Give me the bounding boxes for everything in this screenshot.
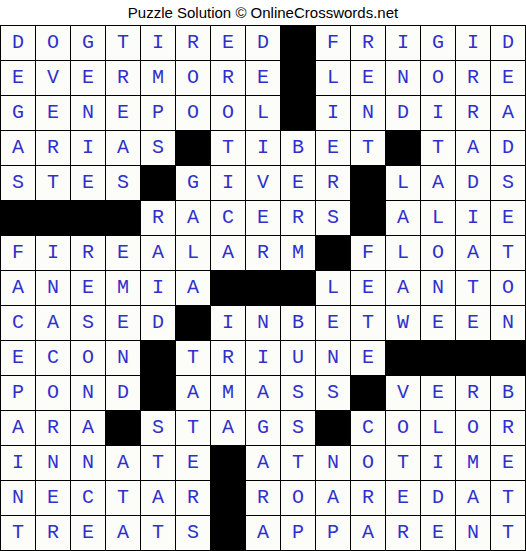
letter-cell: E <box>106 306 140 340</box>
letter-cell: S <box>141 411 175 445</box>
letter-cell: R <box>386 516 420 550</box>
letter-cell: E <box>421 306 455 340</box>
letter-cell: S <box>176 516 210 550</box>
letter-cell: O <box>456 411 490 445</box>
letter-cell: R <box>456 376 490 410</box>
letter-cell: S <box>281 411 315 445</box>
letter-cell: M <box>141 61 175 95</box>
letter-cell: R <box>316 166 350 200</box>
letter-cell: F <box>1 236 35 270</box>
letter-cell: T <box>351 306 385 340</box>
letter-cell: I <box>456 26 490 60</box>
letter-cell: A <box>456 481 490 515</box>
letter-cell: T <box>456 271 490 305</box>
letter-cell: P <box>141 96 175 130</box>
black-cell <box>211 271 245 305</box>
letter-cell: O <box>351 446 385 480</box>
letter-cell: T <box>281 446 315 480</box>
letter-cell: T <box>1 516 35 550</box>
letter-cell: M <box>456 446 490 480</box>
letter-cell: A <box>316 481 350 515</box>
letter-cell: A <box>1 271 35 305</box>
letter-cell: M <box>211 376 245 410</box>
letter-cell: A <box>36 306 70 340</box>
letter-cell: N <box>71 446 105 480</box>
letter-cell: D <box>456 166 490 200</box>
black-cell <box>386 131 420 165</box>
letter-cell: P <box>1 376 35 410</box>
letter-cell: I <box>141 26 175 60</box>
letter-cell: R <box>36 516 70 550</box>
black-cell <box>351 166 385 200</box>
black-cell <box>141 341 175 375</box>
black-cell <box>211 481 245 515</box>
letter-cell: T <box>176 411 210 445</box>
letter-cell: T <box>386 446 420 480</box>
letter-cell: W <box>386 306 420 340</box>
letter-cell: R <box>456 61 490 95</box>
letter-cell: I <box>141 271 175 305</box>
letter-cell: N <box>71 96 105 130</box>
letter-cell: R <box>491 411 525 445</box>
letter-cell: I <box>211 306 245 340</box>
black-cell <box>281 61 315 95</box>
letter-cell: N <box>1 481 35 515</box>
letter-cell: A <box>141 481 175 515</box>
letter-cell: L <box>421 411 455 445</box>
letter-cell: O <box>281 481 315 515</box>
letter-cell: A <box>246 376 280 410</box>
letter-cell: D <box>421 481 455 515</box>
letter-cell: A <box>421 166 455 200</box>
letter-cell: D <box>491 131 525 165</box>
letter-cell: O <box>176 61 210 95</box>
black-cell <box>281 26 315 60</box>
letter-cell: N <box>316 341 350 375</box>
crossword-solution-page: Puzzle Solution © OnlineCrosswords.net D… <box>0 0 526 551</box>
letter-cell: N <box>106 341 140 375</box>
letter-cell: E <box>36 481 70 515</box>
letter-cell: R <box>211 61 245 95</box>
black-cell <box>281 96 315 130</box>
letter-cell: E <box>1 341 35 375</box>
letter-cell: E <box>106 236 140 270</box>
letter-cell: L <box>316 61 350 95</box>
black-cell <box>491 341 525 375</box>
letter-cell: A <box>211 236 245 270</box>
letter-cell: R <box>71 236 105 270</box>
letter-cell: D <box>386 96 420 130</box>
letter-cell: E <box>71 516 105 550</box>
letter-cell: E <box>491 61 525 95</box>
letter-cell: A <box>71 411 105 445</box>
letter-cell: D <box>141 306 175 340</box>
letter-cell: A <box>456 131 490 165</box>
letter-cell: E <box>491 446 525 480</box>
letter-cell: I <box>386 26 420 60</box>
letter-cell: R <box>36 411 70 445</box>
letter-cell: O <box>176 96 210 130</box>
letter-cell: A <box>456 236 490 270</box>
letter-cell: R <box>176 481 210 515</box>
letter-cell: E <box>71 166 105 200</box>
letter-cell: A <box>176 271 210 305</box>
letter-cell: S <box>316 376 350 410</box>
letter-cell: E <box>71 271 105 305</box>
black-cell <box>1 201 35 235</box>
letter-cell: E <box>351 341 385 375</box>
letter-cell: O <box>386 411 420 445</box>
letter-cell: R <box>281 201 315 235</box>
letter-cell: I <box>246 341 280 375</box>
letter-cell: E <box>351 271 385 305</box>
letter-cell: E <box>491 201 525 235</box>
letter-cell: E <box>421 516 455 550</box>
black-cell <box>316 236 350 270</box>
letter-cell: O <box>71 341 105 375</box>
letter-cell: I <box>421 446 455 480</box>
letter-cell: S <box>491 166 525 200</box>
letter-cell: N <box>246 306 280 340</box>
letter-cell: I <box>36 236 70 270</box>
letter-cell: R <box>351 481 385 515</box>
letter-cell: O <box>36 26 70 60</box>
letter-cell: R <box>176 26 210 60</box>
letter-cell: F <box>316 26 350 60</box>
letter-cell: G <box>421 26 455 60</box>
letter-cell: A <box>176 201 210 235</box>
letter-cell: T <box>491 481 525 515</box>
letter-cell: M <box>281 236 315 270</box>
letter-cell: P <box>316 516 350 550</box>
black-cell <box>211 446 245 480</box>
letter-cell: C <box>351 411 385 445</box>
letter-cell: A <box>246 516 280 550</box>
letter-cell: E <box>316 306 350 340</box>
letter-cell: E <box>386 481 420 515</box>
letter-cell: A <box>386 201 420 235</box>
letter-cell: T <box>351 131 385 165</box>
black-cell <box>176 131 210 165</box>
letter-cell: B <box>281 306 315 340</box>
letter-cell: F <box>351 236 385 270</box>
black-cell <box>386 341 420 375</box>
letter-cell: I <box>1 446 35 480</box>
black-cell <box>281 271 315 305</box>
letter-cell: C <box>71 481 105 515</box>
letter-cell: V <box>386 376 420 410</box>
letter-cell: I <box>456 201 490 235</box>
letter-cell: L <box>316 271 350 305</box>
letter-cell: L <box>176 236 210 270</box>
letter-cell: L <box>386 236 420 270</box>
letter-cell: D <box>106 376 140 410</box>
letter-cell: N <box>491 306 525 340</box>
letter-cell: R <box>106 61 140 95</box>
letter-cell: A <box>176 376 210 410</box>
letter-cell: I <box>71 131 105 165</box>
letter-cell: T <box>141 516 175 550</box>
letter-cell: I <box>246 131 280 165</box>
letter-cell: B <box>491 376 525 410</box>
black-cell <box>141 166 175 200</box>
letter-cell: E <box>316 131 350 165</box>
letter-cell: G <box>71 26 105 60</box>
letter-cell: L <box>386 166 420 200</box>
letter-cell: R <box>36 131 70 165</box>
letter-cell: A <box>246 446 280 480</box>
letter-cell: E <box>106 96 140 130</box>
letter-cell: S <box>106 166 140 200</box>
letter-cell: I <box>421 96 455 130</box>
letter-cell: D <box>491 26 525 60</box>
letter-cell: A <box>386 271 420 305</box>
letter-cell: T <box>421 131 455 165</box>
letter-cell: E <box>351 61 385 95</box>
letter-cell: T <box>491 516 525 550</box>
letter-cell: E <box>36 96 70 130</box>
letter-cell: A <box>351 516 385 550</box>
black-cell <box>211 516 245 550</box>
black-cell <box>246 271 280 305</box>
letter-cell: S <box>71 306 105 340</box>
letter-cell: R <box>211 341 245 375</box>
letter-cell: T <box>106 481 140 515</box>
letter-cell: D <box>246 26 280 60</box>
letter-cell: N <box>456 516 490 550</box>
letter-cell: C <box>1 306 35 340</box>
letter-cell: N <box>386 61 420 95</box>
letter-cell: E <box>71 61 105 95</box>
black-cell <box>106 201 140 235</box>
black-cell <box>176 306 210 340</box>
letter-cell: E <box>211 26 245 60</box>
letter-cell: R <box>246 236 280 270</box>
black-cell <box>351 201 385 235</box>
letter-cell: D <box>1 26 35 60</box>
letter-cell: N <box>351 96 385 130</box>
letter-cell: R <box>141 201 175 235</box>
letter-cell: O <box>421 61 455 95</box>
letter-cell: G <box>246 411 280 445</box>
letter-cell: A <box>1 131 35 165</box>
letter-cell: O <box>491 271 525 305</box>
letter-cell: A <box>491 96 525 130</box>
letter-cell: G <box>1 96 35 130</box>
black-cell <box>106 411 140 445</box>
letter-cell: R <box>246 481 280 515</box>
letter-cell: R <box>456 96 490 130</box>
letter-cell: T <box>176 341 210 375</box>
black-cell <box>141 376 175 410</box>
black-cell <box>351 376 385 410</box>
letter-cell: T <box>491 236 525 270</box>
letter-cell: V <box>246 166 280 200</box>
letter-cell: N <box>36 271 70 305</box>
letter-cell: T <box>211 131 245 165</box>
crossword-grid: DOGTIREDFRIGIDEVERMORELENOREGENEPOOLINDI… <box>0 25 526 551</box>
letter-cell: O <box>421 236 455 270</box>
page-title: Puzzle Solution © OnlineCrosswords.net <box>0 0 526 25</box>
letter-cell: S <box>141 131 175 165</box>
letter-cell: A <box>211 411 245 445</box>
letter-cell: L <box>246 96 280 130</box>
letter-cell: E <box>421 376 455 410</box>
letter-cell: R <box>351 26 385 60</box>
letter-cell: E <box>1 61 35 95</box>
black-cell <box>421 341 455 375</box>
letter-cell: L <box>421 201 455 235</box>
letter-cell: E <box>456 306 490 340</box>
letter-cell: E <box>246 201 280 235</box>
black-cell <box>316 411 350 445</box>
letter-cell: A <box>106 516 140 550</box>
letter-cell: O <box>36 376 70 410</box>
letter-cell: O <box>211 96 245 130</box>
letter-cell: I <box>316 96 350 130</box>
letter-cell: S <box>1 166 35 200</box>
black-cell <box>71 201 105 235</box>
letter-cell: A <box>1 411 35 445</box>
letter-cell: C <box>36 341 70 375</box>
letter-cell: A <box>141 236 175 270</box>
letter-cell: T <box>36 166 70 200</box>
letter-cell: B <box>281 131 315 165</box>
letter-cell: I <box>211 166 245 200</box>
letter-cell: A <box>106 446 140 480</box>
letter-cell: S <box>281 376 315 410</box>
letter-cell: P <box>281 516 315 550</box>
letter-cell: U <box>281 341 315 375</box>
letter-cell: V <box>36 61 70 95</box>
letter-cell: E <box>176 446 210 480</box>
letter-cell: G <box>176 166 210 200</box>
letter-cell: N <box>71 376 105 410</box>
black-cell <box>36 201 70 235</box>
letter-cell: N <box>421 271 455 305</box>
letter-cell: T <box>141 446 175 480</box>
letter-cell: M <box>106 271 140 305</box>
letter-cell: A <box>106 131 140 165</box>
letter-cell: N <box>316 446 350 480</box>
letter-cell: E <box>281 166 315 200</box>
letter-cell: N <box>36 446 70 480</box>
letter-cell: T <box>106 26 140 60</box>
letter-cell: E <box>246 61 280 95</box>
black-cell <box>456 341 490 375</box>
letter-cell: S <box>316 201 350 235</box>
letter-cell: C <box>211 201 245 235</box>
